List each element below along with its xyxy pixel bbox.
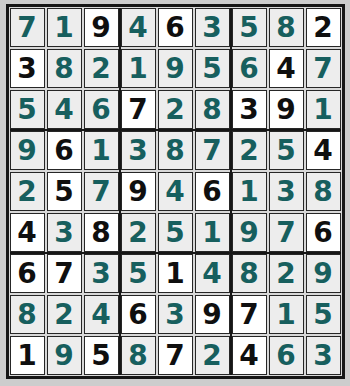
cell-r8c1-solved[interactable]: 8 [10, 295, 45, 334]
cell-r2c6-solved[interactable]: 5 [195, 49, 230, 88]
cell-r4c7-solved[interactable]: 2 [232, 131, 267, 170]
box-4: 961257438 [10, 131, 119, 252]
cell-r2c8-given[interactable]: 4 [269, 49, 304, 88]
cell-r5c6-given[interactable]: 6 [195, 172, 230, 211]
cell-r2c5-solved[interactable]: 9 [158, 49, 193, 88]
cell-r2c9-solved[interactable]: 7 [306, 49, 341, 88]
cell-r9c7-given[interactable]: 4 [232, 336, 267, 375]
cell-r2c4-solved[interactable]: 1 [121, 49, 156, 88]
cell-r7c8-solved[interactable]: 2 [269, 254, 304, 293]
cell-r3c9-solved[interactable]: 1 [306, 90, 341, 129]
cell-r3c5-solved[interactable]: 2 [158, 90, 193, 129]
cell-r9c1-given[interactable]: 1 [10, 336, 45, 375]
cell-r6c8-solved[interactable]: 7 [269, 213, 304, 252]
sudoku-page: 7193825464631957285826473919612574383879… [0, 0, 350, 386]
cell-r3c6-solved[interactable]: 8 [195, 90, 230, 129]
cell-r4c3-solved[interactable]: 1 [84, 131, 119, 170]
cell-r5c4-given[interactable]: 9 [121, 172, 156, 211]
cell-r6c7-solved[interactable]: 9 [232, 213, 267, 252]
cell-r8c2-solved[interactable]: 2 [47, 295, 82, 334]
cell-r1c8-solved[interactable]: 8 [269, 8, 304, 47]
cell-r9c5-given[interactable]: 7 [158, 336, 193, 375]
cell-r4c2-given[interactable]: 6 [47, 131, 82, 170]
cell-r8c9-solved[interactable]: 5 [306, 295, 341, 334]
cell-r3c2-solved[interactable]: 4 [47, 90, 82, 129]
cell-r2c2-solved[interactable]: 8 [47, 49, 82, 88]
cell-r1c1-solved[interactable]: 7 [10, 8, 45, 47]
cell-r7c3-solved[interactable]: 3 [84, 254, 119, 293]
cell-r2c3-solved[interactable]: 2 [84, 49, 119, 88]
cell-r1c2-solved[interactable]: 1 [47, 8, 82, 47]
cell-r1c9-given[interactable]: 2 [306, 8, 341, 47]
box-2: 463195728 [121, 8, 230, 129]
cell-r4c4-solved[interactable]: 3 [121, 131, 156, 170]
cell-r6c9-given[interactable]: 6 [306, 213, 341, 252]
cell-r7c2-given[interactable]: 7 [47, 254, 82, 293]
cell-r1c7-solved[interactable]: 5 [232, 8, 267, 47]
cell-r9c2-solved[interactable]: 9 [47, 336, 82, 375]
cell-r4c6-solved[interactable]: 7 [195, 131, 230, 170]
cell-r2c1-given[interactable]: 3 [10, 49, 45, 88]
cell-r8c3-solved[interactable]: 4 [84, 295, 119, 334]
cell-r6c3-given[interactable]: 8 [84, 213, 119, 252]
cell-r5c9-solved[interactable]: 8 [306, 172, 341, 211]
cell-r7c4-solved[interactable]: 5 [121, 254, 156, 293]
cell-r3c8-given[interactable]: 9 [269, 90, 304, 129]
box-1: 719382546 [10, 8, 119, 129]
cell-r5c1-solved[interactable]: 2 [10, 172, 45, 211]
box-5: 387946251 [121, 131, 230, 252]
cell-r3c7-given[interactable]: 3 [232, 90, 267, 129]
cell-r9c9-solved[interactable]: 3 [306, 336, 341, 375]
cell-r6c2-solved[interactable]: 3 [47, 213, 82, 252]
box-7: 673824195 [10, 254, 119, 375]
cell-r1c4-solved[interactable]: 4 [121, 8, 156, 47]
cell-r1c5-given[interactable]: 6 [158, 8, 193, 47]
cell-r5c5-solved[interactable]: 4 [158, 172, 193, 211]
cell-r7c6-solved[interactable]: 4 [195, 254, 230, 293]
cell-r6c4-solved[interactable]: 2 [121, 213, 156, 252]
cell-r8c5-solved[interactable]: 3 [158, 295, 193, 334]
board-box-grid: 7193825464631957285826473919612574383879… [10, 8, 341, 375]
cell-r9c8-solved[interactable]: 6 [269, 336, 304, 375]
box-9: 829715463 [232, 254, 341, 375]
cell-r4c8-solved[interactable]: 5 [269, 131, 304, 170]
cell-r8c4-given[interactable]: 6 [121, 295, 156, 334]
cell-r5c2-given[interactable]: 5 [47, 172, 82, 211]
cell-r3c1-solved[interactable]: 5 [10, 90, 45, 129]
cell-r3c3-solved[interactable]: 6 [84, 90, 119, 129]
sudoku-board: 7193825464631957285826473919612574383879… [6, 4, 345, 379]
cell-r9c6-solved[interactable]: 2 [195, 336, 230, 375]
cell-r6c5-solved[interactable]: 5 [158, 213, 193, 252]
cell-r8c7-given[interactable]: 7 [232, 295, 267, 334]
cell-r7c9-solved[interactable]: 9 [306, 254, 341, 293]
box-8: 514639872 [121, 254, 230, 375]
cell-r1c6-solved[interactable]: 3 [195, 8, 230, 47]
cell-r4c5-solved[interactable]: 8 [158, 131, 193, 170]
cell-r9c4-solved[interactable]: 8 [121, 336, 156, 375]
cell-r7c1-given[interactable]: 6 [10, 254, 45, 293]
cell-r5c3-solved[interactable]: 7 [84, 172, 119, 211]
cell-r9c3-given[interactable]: 5 [84, 336, 119, 375]
box-3: 582647391 [232, 8, 341, 129]
cell-r5c7-solved[interactable]: 1 [232, 172, 267, 211]
cell-r1c3-given[interactable]: 9 [84, 8, 119, 47]
cell-r4c9-given[interactable]: 4 [306, 131, 341, 170]
cell-r7c5-given[interactable]: 1 [158, 254, 193, 293]
cell-r8c8-solved[interactable]: 1 [269, 295, 304, 334]
cell-r5c8-solved[interactable]: 3 [269, 172, 304, 211]
box-6: 254138976 [232, 131, 341, 252]
cell-r6c1-given[interactable]: 4 [10, 213, 45, 252]
cell-r3c4-given[interactable]: 7 [121, 90, 156, 129]
cell-r8c6-given[interactable]: 9 [195, 295, 230, 334]
cell-r7c7-solved[interactable]: 8 [232, 254, 267, 293]
cell-r4c1-solved[interactable]: 9 [10, 131, 45, 170]
cell-r2c7-solved[interactable]: 6 [232, 49, 267, 88]
cell-r6c6-solved[interactable]: 1 [195, 213, 230, 252]
